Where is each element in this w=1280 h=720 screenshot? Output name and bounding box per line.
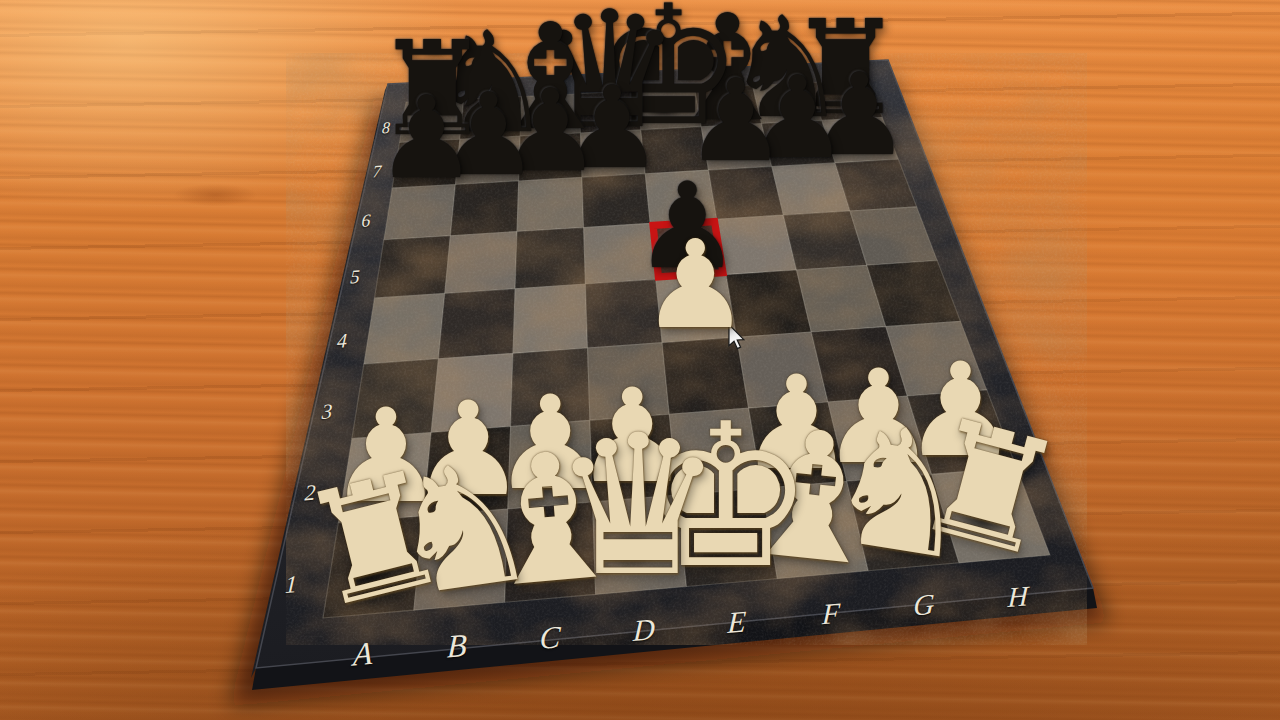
black-pawn-a7[interactable]: ♟ xyxy=(376,82,478,195)
rank-label-1: 1 xyxy=(284,571,297,599)
game-scene: ABCDEFGH12345678 ♜♞♝♛♚♝♞♜♟♟♟♟♟♟♟♟♟♟♟♟♟♟♟… xyxy=(0,0,1280,720)
file-label-c: C xyxy=(539,619,562,657)
file-label-a: A xyxy=(353,634,374,673)
white-pawn-e4[interactable]: ♟ xyxy=(641,225,750,347)
file-label-b: B xyxy=(446,627,467,666)
rank-label-5: 5 xyxy=(349,266,360,289)
rank-label-4: 4 xyxy=(336,329,347,353)
rank-label-6: 6 xyxy=(361,210,371,232)
